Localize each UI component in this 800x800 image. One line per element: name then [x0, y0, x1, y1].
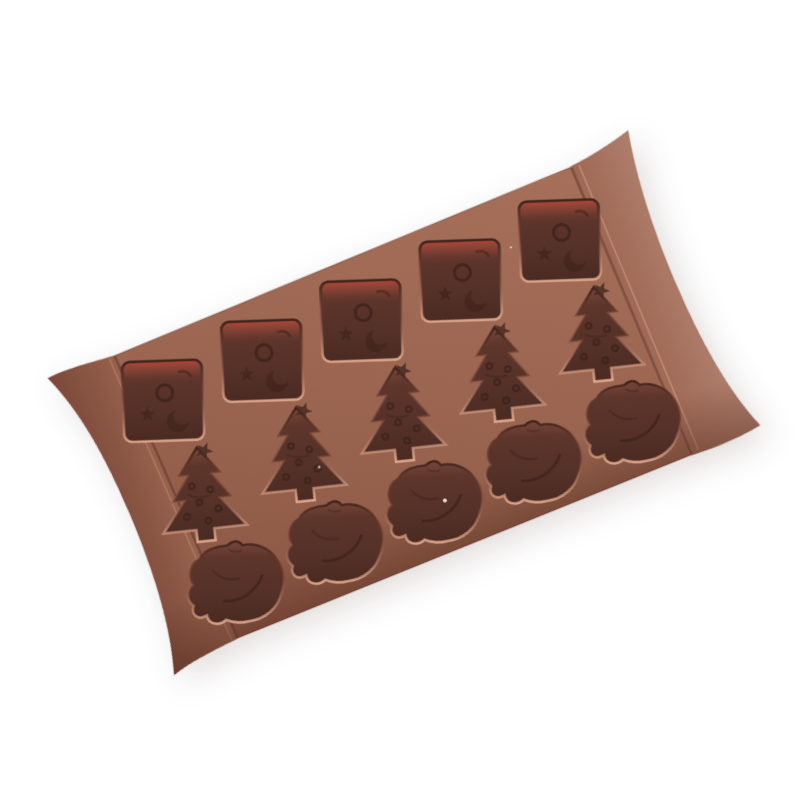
cavity-square — [122, 359, 205, 442]
chocolate-mold-photo — [0, 0, 800, 800]
cavity-square — [320, 279, 403, 362]
product-photo: Brown silicone chocolate mold tray photo… — [0, 0, 800, 800]
cavity-square — [221, 319, 304, 402]
cavity-square — [519, 199, 602, 282]
cavity-square — [419, 239, 502, 322]
